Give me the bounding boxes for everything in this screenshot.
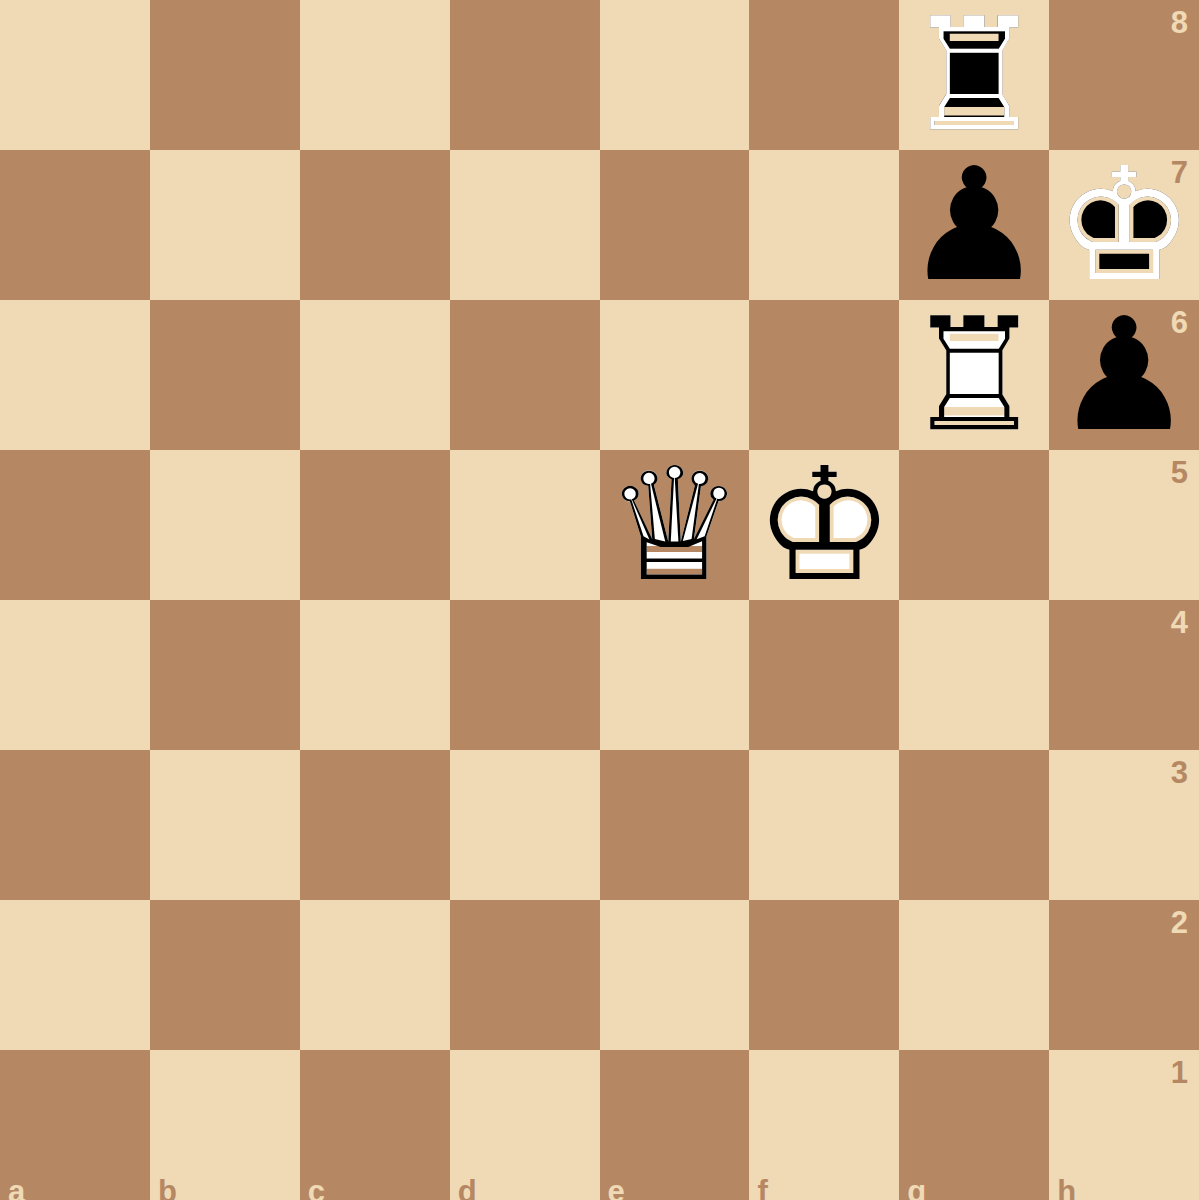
white-rook-glyph: ♜: [899, 300, 1049, 450]
file-label-a: a: [8, 1176, 25, 1200]
square-g7[interactable]: ♟: [899, 150, 1049, 300]
square-d4[interactable]: [450, 600, 600, 750]
square-f2[interactable]: [749, 900, 899, 1050]
square-h6[interactable]: ♟6: [1049, 300, 1199, 450]
square-g1[interactable]: g: [899, 1050, 1049, 1200]
square-f5[interactable]: ♚♔: [749, 450, 899, 600]
square-h3[interactable]: 3: [1049, 750, 1199, 900]
square-g2[interactable]: [899, 900, 1049, 1050]
square-g8[interactable]: ♜♖: [899, 0, 1049, 150]
rank-label-8: 8: [1171, 7, 1188, 38]
black-rook-outline: ♖: [899, 0, 1049, 150]
square-d2[interactable]: [450, 900, 600, 1050]
square-d5[interactable]: [450, 450, 600, 600]
square-h1[interactable]: 1h: [1049, 1050, 1199, 1200]
square-d7[interactable]: [450, 150, 600, 300]
square-f8[interactable]: [749, 0, 899, 150]
square-e5[interactable]: ♛♕: [600, 450, 750, 600]
square-c4[interactable]: [300, 600, 450, 750]
rank-label-1: 1: [1171, 1057, 1188, 1088]
square-c7[interactable]: [300, 150, 450, 300]
square-c6[interactable]: [300, 300, 450, 450]
square-h4[interactable]: 4: [1049, 600, 1199, 750]
square-b8[interactable]: [150, 0, 300, 150]
square-c2[interactable]: [300, 900, 450, 1050]
square-a4[interactable]: [0, 600, 150, 750]
square-f4[interactable]: [749, 600, 899, 750]
square-d3[interactable]: [450, 750, 600, 900]
square-c1[interactable]: c: [300, 1050, 450, 1200]
square-b6[interactable]: [150, 300, 300, 450]
white-rook-piece[interactable]: ♜♖: [899, 300, 1049, 450]
rank-label-5: 5: [1171, 457, 1188, 488]
square-h8[interactable]: 8: [1049, 0, 1199, 150]
square-e8[interactable]: [600, 0, 750, 150]
rank-label-4: 4: [1171, 607, 1188, 638]
rank-label-3: 3: [1171, 757, 1188, 788]
file-label-b: b: [158, 1176, 177, 1200]
rank-label-2: 2: [1171, 907, 1188, 938]
square-e2[interactable]: [600, 900, 750, 1050]
file-label-g: g: [907, 1176, 926, 1200]
chess-board: ♜♖8♟♚♔7♜♖♟6♛♕♚♔5432abcdefg1h: [0, 0, 1199, 1200]
square-e7[interactable]: [600, 150, 750, 300]
white-queen-glyph: ♛: [600, 450, 750, 600]
square-d1[interactable]: d: [450, 1050, 600, 1200]
square-h7[interactable]: ♚♔7: [1049, 150, 1199, 300]
square-a2[interactable]: [0, 900, 150, 1050]
black-pawn-glyph: ♟: [899, 150, 1049, 300]
square-a1[interactable]: a: [0, 1050, 150, 1200]
square-e3[interactable]: [600, 750, 750, 900]
file-label-c: c: [308, 1176, 325, 1200]
square-e6[interactable]: [600, 300, 750, 450]
square-b4[interactable]: [150, 600, 300, 750]
square-g4[interactable]: [899, 600, 1049, 750]
square-b5[interactable]: [150, 450, 300, 600]
file-label-d: d: [458, 1176, 477, 1200]
square-b1[interactable]: b: [150, 1050, 300, 1200]
square-a6[interactable]: [0, 300, 150, 450]
black-pawn-piece[interactable]: ♟: [899, 150, 1049, 300]
square-a5[interactable]: [0, 450, 150, 600]
square-b3[interactable]: [150, 750, 300, 900]
square-a3[interactable]: [0, 750, 150, 900]
square-c5[interactable]: [300, 450, 450, 600]
square-h2[interactable]: 2: [1049, 900, 1199, 1050]
square-f6[interactable]: [749, 300, 899, 450]
square-f3[interactable]: [749, 750, 899, 900]
file-label-f: f: [757, 1176, 767, 1200]
black-rook-glyph: ♜: [899, 0, 1049, 150]
square-g3[interactable]: [899, 750, 1049, 900]
square-c8[interactable]: [300, 0, 450, 150]
square-e1[interactable]: e: [600, 1050, 750, 1200]
square-d8[interactable]: [450, 0, 600, 150]
square-f1[interactable]: f: [749, 1050, 899, 1200]
square-a7[interactable]: [0, 150, 150, 300]
square-g6[interactable]: ♜♖: [899, 300, 1049, 450]
square-c3[interactable]: [300, 750, 450, 900]
white-rook-outline: ♖: [899, 300, 1049, 450]
square-h5[interactable]: 5: [1049, 450, 1199, 600]
square-d6[interactable]: [450, 300, 600, 450]
white-king-outline: ♔: [749, 450, 899, 600]
square-e4[interactable]: [600, 600, 750, 750]
square-g5[interactable]: [899, 450, 1049, 600]
square-b2[interactable]: [150, 900, 300, 1050]
file-label-e: e: [608, 1176, 625, 1200]
rank-label-7: 7: [1171, 157, 1188, 188]
rank-label-6: 6: [1171, 307, 1188, 338]
white-king-glyph: ♚: [749, 450, 899, 600]
white-queen-piece[interactable]: ♛♕: [600, 450, 750, 600]
square-f7[interactable]: [749, 150, 899, 300]
square-a8[interactable]: [0, 0, 150, 150]
black-rook-piece[interactable]: ♜♖: [899, 0, 1049, 150]
white-king-piece[interactable]: ♚♔: [749, 450, 899, 600]
square-b7[interactable]: [150, 150, 300, 300]
file-label-h: h: [1057, 1176, 1076, 1200]
white-queen-outline: ♕: [600, 450, 750, 600]
